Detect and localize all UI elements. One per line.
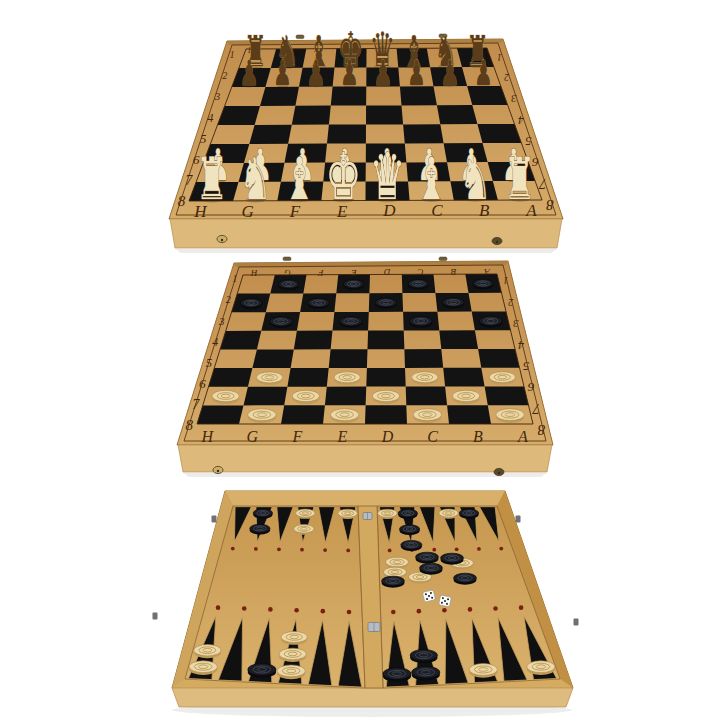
file-label-bottom: C — [427, 428, 438, 445]
rank-label-left: 6 — [199, 376, 206, 391]
square-g7 — [244, 387, 288, 406]
rank-label-right: 8 — [537, 422, 545, 438]
checker-black — [408, 279, 429, 289]
rank-label-right: 5 — [523, 359, 529, 373]
bg-checker-white — [378, 509, 397, 519]
point-dot — [391, 610, 396, 615]
chess-piece-dark-p: ♟ — [474, 52, 493, 93]
square-h8 — [197, 405, 244, 424]
chess-piece-dark-p: ♟ — [239, 53, 258, 94]
square-f4 — [294, 331, 333, 350]
rank-label-right: 8 — [546, 197, 554, 213]
square-a7 — [485, 387, 529, 406]
bg-checker-black — [401, 540, 422, 551]
file-label-bottom: F — [292, 428, 303, 445]
bg-checker-black — [248, 664, 276, 678]
file-label-bottom: B — [473, 428, 483, 445]
checker-black — [340, 316, 363, 328]
checker-black — [442, 298, 464, 309]
bg-checker-white — [439, 509, 458, 519]
point-dot — [499, 547, 503, 551]
checker-black — [270, 317, 293, 329]
rank-label-left: 7 — [192, 396, 200, 412]
square-b6 — [443, 368, 484, 387]
bg-checker-white — [296, 509, 315, 519]
bg-checker-white — [294, 525, 314, 535]
front-face — [172, 688, 573, 707]
rank-label-left: 2 — [222, 70, 227, 81]
checkers-board-box-side — [178, 445, 552, 472]
rank-label-right: 4 — [518, 338, 524, 352]
square-c7 — [406, 387, 447, 406]
square-h6 — [209, 368, 253, 387]
chess-piece-light-k: ♚ — [326, 139, 362, 215]
die — [439, 595, 452, 607]
bg-checker-white — [281, 631, 307, 644]
rank-label-left: 4 — [207, 111, 213, 125]
chess-board-shadow — [175, 249, 557, 253]
side-clasp — [574, 619, 579, 626]
chess-piece-dark-p: ♟ — [306, 53, 325, 94]
point-dot — [321, 609, 326, 614]
bg-checker-black — [253, 509, 272, 519]
bg-checker-black — [398, 509, 417, 519]
checker-black — [240, 298, 262, 309]
checker-black — [375, 298, 397, 309]
checker-light — [334, 372, 360, 385]
checkers-board-shadow — [183, 473, 547, 477]
bg-checker-black — [399, 525, 419, 535]
file-label-top: B — [450, 267, 456, 277]
bg-checker-black-loose — [416, 552, 439, 564]
checker-light — [489, 372, 515, 385]
product-photo-stage: HHGGFFEEDDCCBBAA1122334455667788♜♞♝♚♛♝♞♜… — [0, 0, 720, 720]
bg-checker-black-loose — [420, 563, 443, 575]
square-c5 — [404, 349, 443, 368]
checkers-board-hinge — [283, 257, 291, 261]
file-label-top: A — [484, 267, 491, 277]
point-dot — [231, 547, 235, 551]
chess-board-latch — [492, 237, 502, 244]
point-dot — [242, 606, 247, 611]
chess-piece-dark-p: ♟ — [407, 52, 426, 93]
rank-label-left: 1 — [230, 50, 235, 60]
checker-black — [473, 279, 494, 289]
file-label-top: E — [351, 268, 358, 278]
file-label-top: F — [317, 268, 324, 278]
point-dot — [323, 548, 327, 552]
checker-light — [248, 409, 276, 423]
rank-label-right: 2 — [508, 297, 513, 308]
checker-light — [292, 390, 319, 404]
point-dot — [216, 605, 221, 610]
checker-light — [212, 390, 239, 404]
file-label-bottom: D — [381, 428, 394, 445]
rank-label-left: 7 — [185, 172, 193, 188]
bg-checker-black — [383, 668, 411, 682]
checker-black — [479, 316, 502, 328]
rank-label-left: 4 — [212, 335, 218, 349]
chess-board-latch — [217, 235, 227, 242]
checker-black — [278, 280, 299, 290]
point-dot — [254, 547, 258, 551]
checker-light — [256, 372, 282, 385]
rank-label-left: 1 — [232, 274, 237, 284]
chess-piece-light-n: ♞ — [459, 145, 491, 212]
rank-label-left: 2 — [226, 294, 231, 305]
rank-label-right: 4 — [518, 113, 524, 127]
chess-piece-dark-p: ♟ — [340, 53, 359, 94]
chess-piece-dark-p: ♟ — [373, 52, 392, 93]
point-dot — [417, 609, 422, 614]
file-label-top: H — [250, 268, 258, 278]
point-dot — [432, 548, 436, 552]
checkers-board-latch — [213, 466, 223, 473]
file-label-top: D — [383, 267, 391, 277]
rank-label-right: 6 — [528, 380, 535, 395]
bg-checker-black-loose — [454, 573, 477, 585]
checker-light — [330, 409, 358, 423]
square-b8 — [447, 405, 491, 424]
rank-label-right: 1 — [503, 275, 508, 285]
chess-piece-light-n: ♞ — [239, 145, 271, 212]
rank-label-right: 1 — [497, 52, 502, 62]
point-dot — [388, 549, 392, 553]
square-a5 — [478, 349, 519, 368]
rank-label-right: 7 — [532, 401, 540, 417]
bg-checker-white — [189, 661, 217, 675]
bg-checker-white — [279, 648, 306, 662]
side-clasp — [516, 516, 521, 523]
file-label-bottom: H — [200, 428, 214, 445]
chess-piece-light-b: ♝ — [415, 145, 447, 212]
point-dot — [346, 549, 350, 553]
chess-piece-dark-p: ♟ — [273, 53, 292, 94]
bg-checker-white — [194, 644, 221, 658]
back-rim — [225, 491, 505, 506]
file-label-top: G — [284, 268, 291, 278]
square-b4 — [439, 330, 478, 349]
square-d8 — [365, 405, 407, 424]
checker-black — [308, 298, 330, 309]
backgammon-board — [153, 491, 579, 717]
chess-piece-light-r: ♜ — [503, 144, 535, 211]
checkers-board-latch — [494, 468, 504, 475]
die — [422, 590, 435, 602]
square-g5 — [252, 349, 293, 368]
point-dot — [300, 548, 304, 552]
point-dot — [347, 610, 352, 615]
square-d6 — [366, 368, 405, 387]
rank-label-right: 3 — [511, 93, 518, 105]
checker-light — [412, 372, 438, 385]
rank-label-left: 3 — [218, 315, 225, 327]
point-dot — [268, 607, 273, 612]
square-f8 — [281, 405, 325, 424]
point-dot — [468, 607, 473, 612]
checker-black — [343, 280, 364, 290]
bg-checker-black-loose — [441, 553, 464, 565]
checkers-board: HHGGFFEEDDCCBBAA1122334455667788 — [177, 257, 553, 477]
square-e7 — [325, 387, 366, 406]
side-clasp — [212, 516, 217, 523]
bg-checker-black — [459, 509, 478, 519]
point-dot — [277, 547, 281, 551]
bg-checker-white — [527, 661, 555, 675]
file-label-bottom: E — [337, 428, 348, 445]
file-label-top: C — [417, 267, 424, 277]
chess-piece-light-r: ♜ — [195, 145, 227, 212]
point-dot — [442, 608, 447, 613]
checker-light — [372, 390, 399, 404]
square-d4 — [366, 105, 403, 124]
chess-piece-light-q: ♛ — [370, 139, 406, 215]
rank-label-left: 5 — [206, 356, 212, 370]
bg-checker-black — [410, 649, 437, 663]
bg-checker-white — [469, 664, 497, 678]
rank-label-right: 7 — [538, 176, 546, 192]
bg-checker-white — [277, 665, 305, 679]
rank-label-right: 2 — [504, 72, 509, 83]
bg-checker-black-loose — [382, 576, 405, 588]
bg-checker-white — [338, 509, 357, 519]
chess-board-box-side — [170, 219, 562, 248]
rank-label-left: 8 — [186, 417, 194, 433]
checker-light — [496, 409, 524, 423]
square-f4 — [292, 106, 331, 125]
chess-board: HHGGFFEEDDCCBBAA1122334455667788♜♞♝♚♛♝♞♜… — [169, 23, 563, 253]
point-dot — [477, 547, 481, 551]
side-clasp — [153, 613, 158, 620]
bg-checker-black — [250, 524, 270, 534]
rank-label-right: 3 — [513, 318, 520, 330]
point-dot — [455, 547, 459, 551]
point-dot — [519, 605, 524, 610]
rank-label-left: 8 — [178, 193, 186, 209]
file-label-bottom: G — [247, 428, 259, 445]
rank-label-left: 3 — [214, 90, 221, 102]
bg-checker-black — [412, 666, 440, 680]
checkers-board-hinge — [439, 257, 447, 261]
square-f6 — [287, 368, 328, 387]
square-h4 — [220, 331, 261, 350]
chess-piece-dark-p: ♟ — [440, 52, 459, 93]
point-dot — [493, 606, 498, 611]
game-set-scene: HHGGFFEEDDCCBBAA1122334455667788♜♞♝♚♛♝♞♜… — [0, 0, 720, 720]
square-d4 — [368, 331, 405, 350]
square-b4 — [437, 105, 478, 124]
point-dot — [294, 608, 299, 613]
checker-black — [409, 316, 432, 328]
file-label-bottom: A — [517, 428, 528, 445]
checker-light — [452, 390, 479, 404]
chess-piece-light-b: ♝ — [283, 145, 315, 212]
checker-light — [413, 409, 441, 423]
square-e5 — [329, 349, 368, 368]
